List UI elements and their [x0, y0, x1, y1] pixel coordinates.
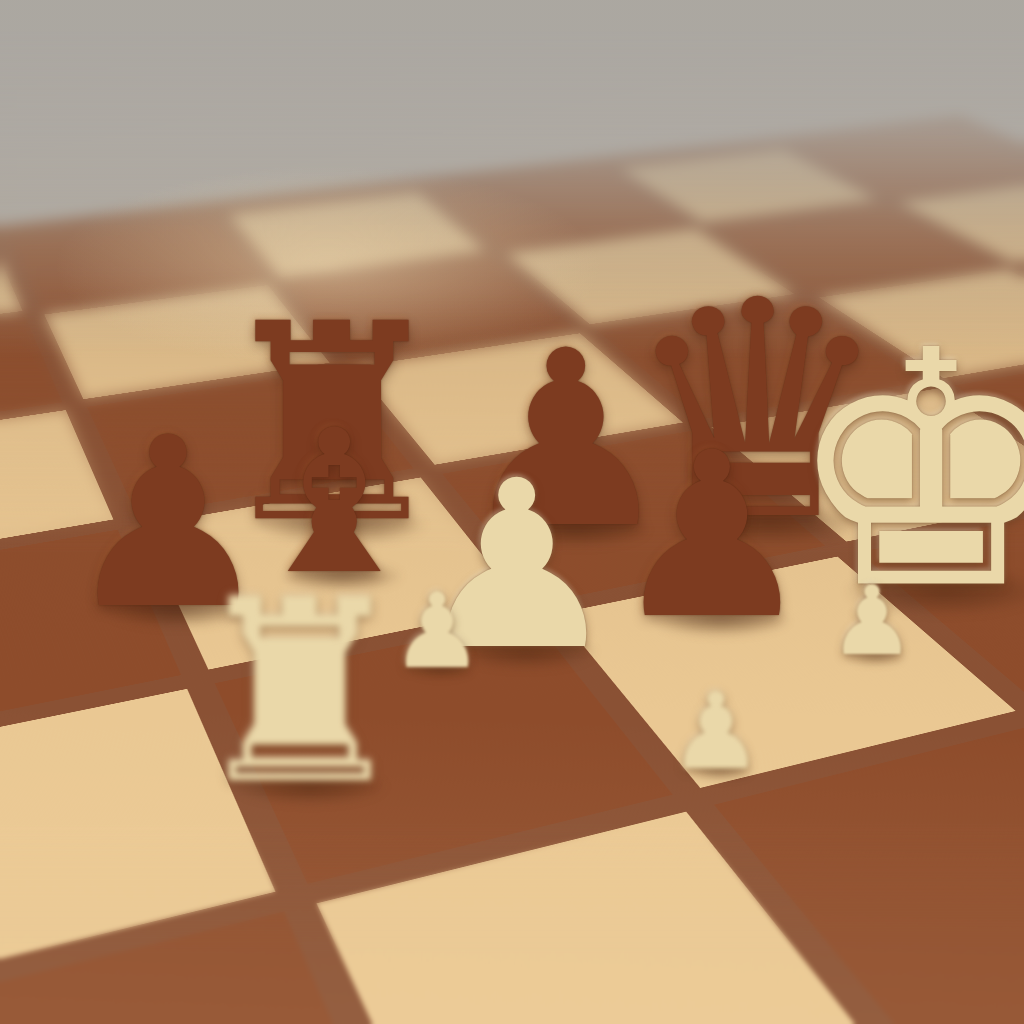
piece-dark-rook-d6: ♜ [210, 288, 454, 560]
piece-shadow-c4 [409, 661, 473, 677]
piece-shadow-d5 [281, 561, 404, 591]
piece-dark-pawn-c5: ♟ [63, 406, 274, 641]
piece-light-pawn-f4: ♟ [829, 573, 915, 669]
piece-shadow-e6 [500, 511, 651, 547]
piece-light-pawn-d4: ♟ [413, 450, 621, 682]
piece-shadow-e3 [687, 763, 753, 779]
piece-dark-bishop-d5: ♝ [245, 404, 423, 602]
piece-light-king-g4: ♚ [785, 309, 1024, 634]
piece-shadow-d4 [454, 635, 598, 670]
piece-dark-queen-f6: ♛ [623, 262, 892, 562]
piece-shadow-f4 [846, 650, 906, 664]
pieces-layer: ♛♜♟♝♚♟♟♟♟♟♟♜ [0, 0, 1024, 1024]
piece-shadow-d6 [259, 504, 428, 545]
piece-shadow-f6 [676, 501, 862, 546]
piece-shadow-c5 [105, 593, 251, 628]
piece-light-pawn-c4: ♟ [390, 579, 483, 683]
piece-shadow-g4 [843, 567, 1024, 616]
photo-stage: ♛♜♟♝♚♟♟♟♟♟♟♜ [0, 0, 1024, 1024]
piece-light-rook-b3: ♜ [187, 567, 413, 819]
piece-dark-pawn-f5: ♟ [610, 422, 814, 650]
piece-shadow-f5 [650, 603, 791, 637]
piece-dark-pawn-e6: ♟ [457, 318, 675, 561]
piece-light-pawn-e3: ♟ [668, 679, 763, 785]
piece-shadow-b3 [232, 768, 388, 806]
